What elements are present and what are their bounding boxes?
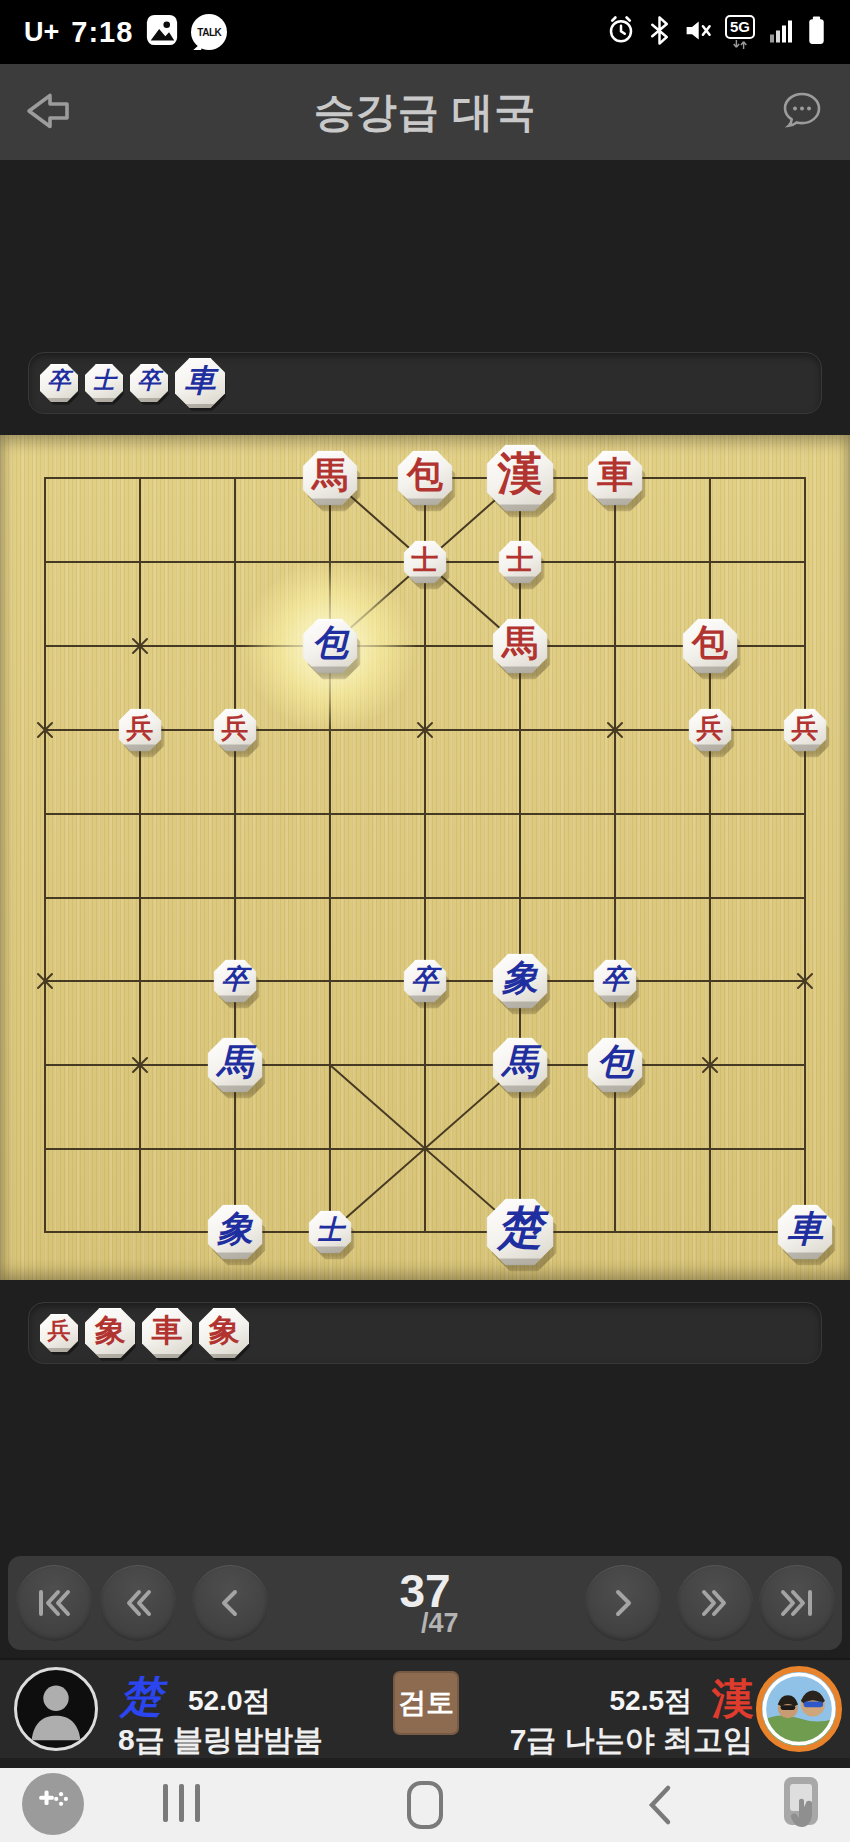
carrier-label: U+ — [24, 17, 59, 48]
piece-glyph: 車 — [778, 1205, 833, 1254]
nav-last-button[interactable] — [759, 1565, 835, 1641]
piece-han-horse: 馬 — [303, 451, 358, 506]
screen: { "game": "janggi", "status_bar": { "car… — [0, 0, 850, 1842]
han-score: 52.5점 — [610, 1682, 693, 1720]
piece-cho-soldier: 卒 — [214, 960, 257, 1003]
piece-glyph: 象 — [85, 1308, 135, 1353]
move-navigation: 37 /47 — [8, 1556, 842, 1650]
han-side-glyph: 漢 — [712, 1678, 754, 1720]
captured-cho-soldier: 卒 — [40, 364, 78, 402]
piece-glyph: 士 — [499, 541, 542, 579]
bluetooth-icon — [649, 16, 670, 49]
touch-assist-icon — [778, 1775, 828, 1835]
piece-cho-cannon: 包 — [588, 1038, 643, 1093]
piece-glyph: 卒 — [40, 364, 78, 398]
captured-cho-chariot: 車 — [175, 358, 225, 408]
piece-glyph: 士 — [404, 541, 447, 579]
piece-glyph: 包 — [398, 451, 453, 500]
piece-glyph: 車 — [588, 451, 643, 500]
game-tools-button[interactable] — [22, 1773, 84, 1835]
nav-forward-button[interactable] — [585, 1565, 661, 1641]
alarm-icon — [606, 15, 636, 49]
captured-pieces-by-cho: 兵象車象 — [28, 1302, 822, 1364]
captured-cho-guard: 士 — [85, 364, 123, 402]
piece-cho-elephant: 象 — [208, 1205, 263, 1260]
piece-glyph: 馬 — [493, 619, 548, 668]
piece-han-horse: 馬 — [493, 619, 548, 674]
chat-button[interactable] — [776, 86, 828, 138]
piece-glyph: 兵 — [40, 1314, 78, 1348]
home-button[interactable] — [407, 1781, 443, 1829]
android-back-button[interactable] — [640, 1783, 684, 1827]
piece-han-guard: 士 — [404, 541, 447, 584]
captured-han-elephant: 象 — [199, 1308, 249, 1358]
chat-bubble-icon — [777, 124, 827, 139]
piece-cho-guard: 士 — [309, 1211, 352, 1254]
default-avatar-icon — [17, 1670, 95, 1748]
review-button[interactable]: 검토 — [393, 1671, 459, 1735]
piece-glyph: 馬 — [493, 1038, 548, 1087]
piece-glyph: 卒 — [130, 364, 168, 398]
nav-fast-forward-button[interactable] — [677, 1565, 753, 1641]
piece-glyph: 卒 — [594, 960, 637, 998]
piece-glyph: 象 — [493, 954, 548, 1003]
han-player-avatar[interactable] — [756, 1666, 842, 1752]
back-chevron-icon — [640, 1783, 684, 1827]
piece-cho-horse: 馬 — [208, 1038, 263, 1093]
last-move-icon — [777, 1583, 817, 1623]
cho-score: 52.0점 — [188, 1682, 271, 1720]
piece-glyph: 兵 — [689, 709, 732, 747]
piece-glyph: 車 — [175, 358, 225, 403]
piece-cho-soldier: 卒 — [594, 960, 637, 1003]
battery-icon — [807, 15, 826, 50]
piece-cho-horse: 馬 — [493, 1038, 548, 1093]
captured-han-elephant: 象 — [85, 1308, 135, 1358]
status-bar: U+ 7:18 TALK 5G — [0, 0, 850, 64]
piece-glyph: 包 — [588, 1038, 643, 1087]
piece-glyph: 士 — [85, 364, 123, 398]
han-player-name: 7급 나는야 최고임 — [510, 1720, 753, 1761]
status-right: 5G — [606, 15, 826, 50]
cho-player-avatar[interactable] — [14, 1667, 98, 1751]
piece-cho-general: 楚 — [487, 1199, 554, 1266]
step-forward-icon — [603, 1583, 643, 1623]
5g-icon: 5G — [725, 15, 755, 49]
piece-glyph: 卒 — [404, 960, 447, 998]
move-total: /47 — [421, 1608, 459, 1639]
app-header: 승강급 대국 — [0, 64, 850, 160]
piece-han-cannon: 包 — [398, 451, 453, 506]
android-nav-bar — [0, 1768, 850, 1842]
piece-glyph: 車 — [142, 1308, 192, 1353]
fast-forward-icon — [695, 1583, 735, 1623]
cho-player-name: 8급 블링밤밤붐 — [118, 1720, 323, 1761]
status-left: U+ 7:18 TALK — [24, 13, 227, 51]
gamepad-icon — [28, 1778, 78, 1828]
piece-han-guard: 士 — [499, 541, 542, 584]
piece-han-general: 漢 — [487, 445, 554, 512]
piece-han-soldier: 兵 — [119, 709, 162, 752]
piece-glyph: 馬 — [208, 1038, 263, 1087]
piece-glyph: 士 — [309, 1211, 352, 1249]
captured-pieces-by-han: 卒士卒車 — [28, 352, 822, 414]
piece-glyph: 兵 — [119, 709, 162, 747]
captured-han-soldier: 兵 — [40, 1314, 78, 1352]
janggi-board: 馬包漢車士士包馬包兵兵兵兵卒卒象卒馬馬包象士楚車 — [0, 435, 850, 1280]
piece-glyph: 漢 — [487, 445, 554, 505]
5g-label: 5G — [725, 15, 755, 39]
kakaotalk-icon: TALK — [191, 14, 227, 50]
gallery-icon — [145, 13, 179, 51]
page-title: 승강급 대국 — [0, 64, 850, 160]
piece-glyph: 象 — [208, 1205, 263, 1254]
piece-cho-elephant: 象 — [493, 954, 548, 1009]
captured-han-chariot: 車 — [142, 1308, 192, 1358]
piece-han-chariot: 車 — [588, 451, 643, 506]
piece-glyph: 楚 — [487, 1199, 554, 1259]
signal-icon — [768, 17, 794, 48]
piece-glyph: 象 — [199, 1308, 249, 1353]
mute-icon — [683, 16, 712, 49]
piece-han-soldier: 兵 — [214, 709, 257, 752]
piece-glyph: 包 — [683, 619, 738, 668]
recent-apps-button[interactable] — [163, 1784, 200, 1822]
piece-glyph: 兵 — [784, 709, 827, 747]
cho-side-glyph: 楚 — [120, 1676, 162, 1718]
piece-cho-soldier: 卒 — [404, 960, 447, 1003]
status-time: 7:18 — [71, 16, 133, 49]
piece-han-soldier: 兵 — [784, 709, 827, 752]
piece-glyph: 馬 — [303, 451, 358, 500]
piece-han-cannon: 包 — [683, 619, 738, 674]
piece-cho-chariot: 車 — [778, 1205, 833, 1260]
piece-han-soldier: 兵 — [689, 709, 732, 752]
recents-icon — [163, 1784, 168, 1822]
piece-cho-cannon: 包 — [303, 619, 358, 674]
piece-glyph: 兵 — [214, 709, 257, 747]
photo-avatar-image — [762, 1672, 836, 1746]
piece-glyph: 卒 — [214, 960, 257, 998]
piece-glyph: 包 — [303, 619, 358, 668]
talk-label: TALK — [197, 27, 221, 38]
captured-cho-soldier: 卒 — [130, 364, 168, 402]
touch-assist-button[interactable] — [778, 1775, 828, 1835]
player-bar: 楚 52.0점 8급 블링밤밤붐 검토 52.5점 7급 나는야 최고임 漢 — [0, 1658, 850, 1758]
